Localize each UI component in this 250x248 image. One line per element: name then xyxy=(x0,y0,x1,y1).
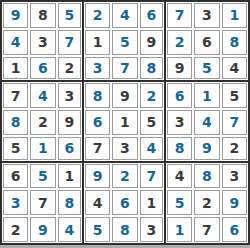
sudoku-cell-r8c5[interactable]: 6 xyxy=(111,189,138,216)
entered-digit: 8 xyxy=(58,190,81,215)
given-digit: 3 xyxy=(167,110,192,135)
sudoku-cell-r6c9[interactable]: 2 xyxy=(221,136,248,163)
given-digit: 7 xyxy=(30,190,55,215)
entered-digit: 5 xyxy=(85,217,110,242)
given-digit: 1 xyxy=(85,30,110,55)
given-digit: 7 xyxy=(85,137,110,160)
given-digit: 1 xyxy=(112,110,137,135)
given-digit: 7 xyxy=(3,83,28,108)
sudoku-cell-r7c5[interactable]: 2 xyxy=(111,163,138,190)
entered-digit: 1 xyxy=(30,137,55,160)
sudoku-cell-r7c2[interactable]: 5 xyxy=(29,163,56,190)
sudoku-cell-r1c4[interactable]: 2 xyxy=(84,2,111,29)
entered-digit: 6 xyxy=(140,3,163,28)
sudoku-cell-r9c1[interactable]: 2 xyxy=(2,216,29,243)
entered-digit: 8 xyxy=(140,57,163,80)
entered-digit: 9 xyxy=(3,3,28,28)
sudoku-cell-r3c4[interactable]: 3 xyxy=(84,56,111,83)
sudoku-cell-r1c8[interactable]: 3 xyxy=(193,2,220,29)
given-digit: 2 xyxy=(58,57,81,80)
sudoku-cell-r9c2[interactable]: 9 xyxy=(29,216,56,243)
sudoku-cell-r8c7[interactable]: 5 xyxy=(166,189,193,216)
sudoku-cell-r2c5[interactable]: 5 xyxy=(111,29,138,56)
sudoku-cell-r6c2[interactable]: 1 xyxy=(29,136,56,163)
entered-digit: 6 xyxy=(167,83,192,108)
entered-digit: 1 xyxy=(222,3,247,28)
sudoku-cell-r5c3[interactable]: 9 xyxy=(57,109,84,136)
sudoku-cell-r3c2[interactable]: 6 xyxy=(29,56,56,83)
entered-digit: 7 xyxy=(112,57,137,80)
given-digit: 2 xyxy=(194,190,219,215)
sudoku-cell-r3c7[interactable]: 9 xyxy=(166,56,193,83)
sudoku-cell-r4c5[interactable]: 9 xyxy=(111,82,138,109)
given-digit: 9 xyxy=(140,30,163,55)
sudoku-cell-r4c3[interactable]: 3 xyxy=(57,82,84,109)
entered-digit: 2 xyxy=(140,83,163,108)
sudoku-cell-r8c2[interactable]: 7 xyxy=(29,189,56,216)
sudoku-cell-r9c3[interactable]: 4 xyxy=(57,216,84,243)
entered-digit: 3 xyxy=(85,57,110,80)
sudoku-cell-r9c7[interactable]: 1 xyxy=(166,216,193,243)
sudoku-cell-r7c6[interactable]: 7 xyxy=(139,163,166,190)
sudoku-cell-r5c4[interactable]: 6 xyxy=(84,109,111,136)
sudoku-cell-r1c2[interactable]: 8 xyxy=(29,2,56,29)
given-digit: 1 xyxy=(3,57,28,80)
entered-digit: 4 xyxy=(194,110,219,135)
entered-digit: 7 xyxy=(222,110,247,135)
sudoku-cell-r8c4[interactable]: 4 xyxy=(84,189,111,216)
given-digit: 3 xyxy=(58,83,81,108)
sudoku-cell-r2c1[interactable]: 4 xyxy=(2,29,29,56)
sudoku-cell-r4c2[interactable]: 4 xyxy=(29,82,56,109)
sudoku-cell-r5c6[interactable]: 5 xyxy=(139,109,166,136)
entered-digit: 5 xyxy=(167,190,192,215)
sudoku-board: 9852467314371592681623789547438926158296… xyxy=(0,0,250,245)
given-digit: 7 xyxy=(194,217,219,242)
sudoku-cell-r7c8[interactable]: 8 xyxy=(193,163,220,190)
entered-digit: 9 xyxy=(222,190,247,215)
sudoku-cell-r5c5[interactable]: 1 xyxy=(111,109,138,136)
given-digit: 5 xyxy=(222,83,247,108)
sudoku-cell-r4c6[interactable]: 2 xyxy=(139,82,166,109)
sudoku-cell-r4c7[interactable]: 6 xyxy=(166,82,193,109)
given-digit: 6 xyxy=(194,30,219,55)
entered-digit: 4 xyxy=(3,30,28,55)
entered-digit: 8 xyxy=(112,217,137,242)
sudoku-cell-r3c9[interactable]: 4 xyxy=(221,56,248,83)
entered-digit: 6 xyxy=(30,57,55,80)
given-digit: 5 xyxy=(140,110,163,135)
sudoku-cell-r6c1[interactable]: 5 xyxy=(2,136,29,163)
sudoku-cell-r1c7[interactable]: 7 xyxy=(166,2,193,29)
sudoku-cell-r3c1[interactable]: 1 xyxy=(2,56,29,83)
sudoku-cell-r1c5[interactable]: 4 xyxy=(111,2,138,29)
sudoku-cell-r7c1[interactable]: 6 xyxy=(2,163,29,190)
entered-digit: 2 xyxy=(167,30,192,55)
sudoku-cell-r9c6[interactable]: 3 xyxy=(139,216,166,243)
sudoku-cell-r4c9[interactable]: 5 xyxy=(221,82,248,109)
given-digit: 5 xyxy=(3,137,28,160)
entered-digit: 2 xyxy=(85,3,110,28)
sudoku-cell-r4c1[interactable]: 7 xyxy=(2,82,29,109)
sudoku-cell-r5c2[interactable]: 2 xyxy=(29,109,56,136)
entered-digit: 6 xyxy=(112,190,137,215)
entered-digit: 8 xyxy=(167,137,192,160)
sudoku-cell-r5c1[interactable]: 8 xyxy=(2,109,29,136)
entered-digit: 1 xyxy=(167,217,192,242)
sudoku-cell-r9c4[interactable]: 5 xyxy=(84,216,111,243)
sudoku-cell-r7c3[interactable]: 1 xyxy=(57,163,84,190)
sudoku-cell-r2c6[interactable]: 9 xyxy=(139,29,166,56)
sudoku-cell-r1c1[interactable]: 9 xyxy=(2,2,29,29)
entered-digit: 7 xyxy=(58,30,81,55)
sudoku-cell-r7c7[interactable]: 4 xyxy=(166,163,193,190)
given-digit: 4 xyxy=(167,164,192,189)
given-digit: 1 xyxy=(140,190,163,215)
sudoku-cell-r6c8[interactable]: 9 xyxy=(193,136,220,163)
sudoku-cell-r6c6[interactable]: 4 xyxy=(139,136,166,163)
entered-digit: 7 xyxy=(140,164,163,189)
entered-digit: 9 xyxy=(85,164,110,189)
sudoku-cell-r8c1[interactable]: 3 xyxy=(2,189,29,216)
entered-digit: 8 xyxy=(3,110,28,135)
given-digit: 9 xyxy=(58,110,81,135)
sudoku-cell-r7c4[interactable]: 9 xyxy=(84,163,111,190)
entered-digit: 4 xyxy=(58,217,81,242)
sudoku-cell-r5c8[interactable]: 4 xyxy=(193,109,220,136)
given-digit: 2 xyxy=(222,137,247,160)
given-digit: 9 xyxy=(167,57,192,80)
given-digit: 2 xyxy=(30,110,55,135)
sudoku-cell-r3c6[interactable]: 8 xyxy=(139,56,166,83)
given-digit: 6 xyxy=(3,164,28,189)
sudoku-cell-r4c8[interactable]: 1 xyxy=(193,82,220,109)
sudoku-cell-r9c5[interactable]: 8 xyxy=(111,216,138,243)
entered-digit: 6 xyxy=(58,137,81,160)
sudoku-cell-r2c7[interactable]: 2 xyxy=(166,29,193,56)
entered-digit: 7 xyxy=(167,3,192,28)
entered-digit: 4 xyxy=(140,137,163,160)
sudoku-cell-r2c4[interactable]: 1 xyxy=(84,29,111,56)
sudoku-cell-r5c7[interactable]: 3 xyxy=(166,109,193,136)
sudoku-cell-r9c9[interactable]: 6 xyxy=(221,216,248,243)
entered-digit: 8 xyxy=(222,30,247,55)
entered-digit: 5 xyxy=(30,164,55,189)
sudoku-cell-r2c8[interactable]: 6 xyxy=(193,29,220,56)
sudoku-app: 9852467314371592681623789547438926158296… xyxy=(0,0,250,248)
given-digit: 3 xyxy=(112,137,137,160)
entered-digit: 5 xyxy=(58,3,81,28)
sudoku-cell-r1c9[interactable]: 1 xyxy=(221,2,248,29)
given-digit: 2 xyxy=(3,217,28,242)
given-digit: 1 xyxy=(58,164,81,189)
sudoku-cell-r1c3[interactable]: 5 xyxy=(57,2,84,29)
given-digit: 4 xyxy=(85,190,110,215)
sudoku-cell-r8c9[interactable]: 9 xyxy=(221,189,248,216)
sudoku-cell-r6c3[interactable]: 6 xyxy=(57,136,84,163)
given-digit: 3 xyxy=(222,164,247,189)
entered-digit: 8 xyxy=(194,164,219,189)
entered-digit: 9 xyxy=(194,137,219,160)
sudoku-cell-r8c8[interactable]: 2 xyxy=(193,189,220,216)
entered-digit: 4 xyxy=(112,3,137,28)
sudoku-cell-r6c4[interactable]: 7 xyxy=(84,136,111,163)
entered-digit: 3 xyxy=(3,190,28,215)
sudoku-cell-r7c9[interactable]: 3 xyxy=(221,163,248,190)
sudoku-cell-r8c3[interactable]: 8 xyxy=(57,189,84,216)
entered-digit: 8 xyxy=(85,83,110,108)
entered-digit: 4 xyxy=(30,83,55,108)
sudoku-cell-r9c8[interactable]: 7 xyxy=(193,216,220,243)
entered-digit: 6 xyxy=(85,110,110,135)
given-digit: 3 xyxy=(140,217,163,242)
sudoku-cell-r5c9[interactable]: 7 xyxy=(221,109,248,136)
sudoku-cell-r3c5[interactable]: 7 xyxy=(111,56,138,83)
sudoku-cell-r6c7[interactable]: 8 xyxy=(166,136,193,163)
given-digit: 8 xyxy=(30,3,55,28)
entered-digit: 5 xyxy=(112,30,137,55)
given-digit: 9 xyxy=(112,83,137,108)
sudoku-cell-r2c2[interactable]: 3 xyxy=(29,29,56,56)
sudoku-cell-r2c3[interactable]: 7 xyxy=(57,29,84,56)
sudoku-cell-r4c4[interactable]: 8 xyxy=(84,82,111,109)
given-digit: 3 xyxy=(30,30,55,55)
entered-digit: 2 xyxy=(112,164,137,189)
given-digit: 3 xyxy=(194,3,219,28)
given-digit: 4 xyxy=(222,57,247,80)
entered-digit: 9 xyxy=(30,217,55,242)
sudoku-cell-r3c3[interactable]: 2 xyxy=(57,56,84,83)
sudoku-cell-r8c6[interactable]: 1 xyxy=(139,189,166,216)
sudoku-cell-r2c9[interactable]: 8 xyxy=(221,29,248,56)
sudoku-cell-r3c8[interactable]: 5 xyxy=(193,56,220,83)
sudoku-cell-r6c5[interactable]: 3 xyxy=(111,136,138,163)
entered-digit: 5 xyxy=(194,57,219,80)
entered-digit: 6 xyxy=(222,217,247,242)
sudoku-cell-r1c6[interactable]: 6 xyxy=(139,2,166,29)
entered-digit: 1 xyxy=(194,83,219,108)
